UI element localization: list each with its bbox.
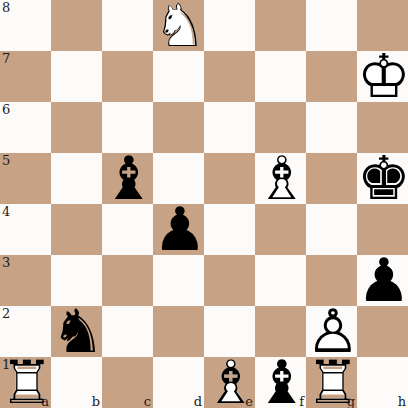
square-g6[interactable] <box>306 102 357 153</box>
square-c4[interactable] <box>102 204 153 255</box>
square-a1[interactable]: 1a♜♖ <box>0 357 51 408</box>
square-d2[interactable] <box>153 306 204 357</box>
chess-board: 8♞♘7♚♔65♝♝♗♚4♟3♟2♞♟♙1a♜♖bcde♝♗f♝g♜♖h <box>0 0 408 408</box>
square-g8[interactable] <box>306 0 357 51</box>
square-e5[interactable] <box>204 153 255 204</box>
piece-glyph-outline: ♘ <box>153 0 204 51</box>
square-f8[interactable] <box>255 0 306 51</box>
square-c2[interactable] <box>102 306 153 357</box>
square-a4[interactable]: 4 <box>0 204 51 255</box>
black-knight-b2[interactable]: ♞ <box>51 306 102 357</box>
rank-label-7: 7 <box>2 52 10 66</box>
square-f3[interactable] <box>255 255 306 306</box>
piece-glyph-outline: ♖ <box>306 357 357 408</box>
square-d4[interactable]: ♟ <box>153 204 204 255</box>
white-rook-g1[interactable]: ♜♖ <box>306 357 357 408</box>
square-c8[interactable] <box>102 0 153 51</box>
white-knight-d8[interactable]: ♞♘ <box>153 0 204 51</box>
piece-glyph-fill: ♞ <box>51 306 102 357</box>
square-a8[interactable]: 8 <box>0 0 51 51</box>
black-pawn-d4[interactable]: ♟ <box>153 204 204 255</box>
square-e4[interactable] <box>204 204 255 255</box>
square-a5[interactable]: 5 <box>0 153 51 204</box>
piece-glyph-outline: ♗ <box>204 357 255 408</box>
square-f7[interactable] <box>255 51 306 102</box>
square-a6[interactable]: 6 <box>0 102 51 153</box>
white-king-h7[interactable]: ♚♔ <box>357 51 408 102</box>
piece-glyph-fill: ♟ <box>153 204 204 255</box>
rank-label-6: 6 <box>2 103 10 117</box>
black-pawn-h3[interactable]: ♟ <box>357 255 408 306</box>
rank-label-5: 5 <box>2 154 10 168</box>
square-g4[interactable] <box>306 204 357 255</box>
square-a3[interactable]: 3 <box>0 255 51 306</box>
piece-glyph-outline: ♖ <box>0 357 51 408</box>
square-e8[interactable] <box>204 0 255 51</box>
white-rook-a1[interactable]: ♜♖ <box>0 357 51 408</box>
rank-label-2: 2 <box>2 307 10 321</box>
square-b6[interactable] <box>51 102 102 153</box>
square-b5[interactable] <box>51 153 102 204</box>
square-h3[interactable]: ♟ <box>357 255 408 306</box>
square-h1[interactable]: h <box>357 357 408 408</box>
square-c3[interactable] <box>102 255 153 306</box>
piece-glyph-outline: ♔ <box>357 51 408 102</box>
square-f4[interactable] <box>255 204 306 255</box>
square-f1[interactable]: f♝ <box>255 357 306 408</box>
square-d7[interactable] <box>153 51 204 102</box>
white-bishop-e1[interactable]: ♝♗ <box>204 357 255 408</box>
square-b4[interactable] <box>51 204 102 255</box>
square-e1[interactable]: e♝♗ <box>204 357 255 408</box>
square-g7[interactable] <box>306 51 357 102</box>
file-label-h: h <box>398 395 406 408</box>
square-d3[interactable] <box>153 255 204 306</box>
square-d6[interactable] <box>153 102 204 153</box>
piece-glyph-outline: ♗ <box>255 153 306 204</box>
square-f5[interactable]: ♝♗ <box>255 153 306 204</box>
black-bishop-f1[interactable]: ♝ <box>255 357 306 408</box>
square-c1[interactable]: c <box>102 357 153 408</box>
black-bishop-c5[interactable]: ♝ <box>102 153 153 204</box>
file-label-c: c <box>144 395 151 408</box>
square-g1[interactable]: g♜♖ <box>306 357 357 408</box>
black-king-h5[interactable]: ♚ <box>357 153 408 204</box>
square-b2[interactable]: ♞ <box>51 306 102 357</box>
rank-label-8: 8 <box>2 1 10 15</box>
piece-glyph-fill: ♝ <box>102 153 153 204</box>
square-e6[interactable] <box>204 102 255 153</box>
rank-label-3: 3 <box>2 256 10 270</box>
piece-glyph-fill: ♝ <box>255 357 306 408</box>
square-h5[interactable]: ♚ <box>357 153 408 204</box>
square-h7[interactable]: ♚♔ <box>357 51 408 102</box>
square-e7[interactable] <box>204 51 255 102</box>
file-label-d: d <box>194 395 202 408</box>
square-e3[interactable] <box>204 255 255 306</box>
square-c7[interactable] <box>102 51 153 102</box>
file-label-b: b <box>92 395 100 408</box>
rank-label-4: 4 <box>2 205 10 219</box>
square-c5[interactable]: ♝ <box>102 153 153 204</box>
piece-glyph-fill: ♚ <box>357 153 408 204</box>
square-g5[interactable] <box>306 153 357 204</box>
square-a7[interactable]: 7 <box>0 51 51 102</box>
square-b7[interactable] <box>51 51 102 102</box>
square-d1[interactable]: d <box>153 357 204 408</box>
white-bishop-f5[interactable]: ♝♗ <box>255 153 306 204</box>
square-h2[interactable] <box>357 306 408 357</box>
square-d8[interactable]: ♞♘ <box>153 0 204 51</box>
square-b8[interactable] <box>51 0 102 51</box>
piece-glyph-fill: ♟ <box>357 255 408 306</box>
square-b1[interactable]: b <box>51 357 102 408</box>
